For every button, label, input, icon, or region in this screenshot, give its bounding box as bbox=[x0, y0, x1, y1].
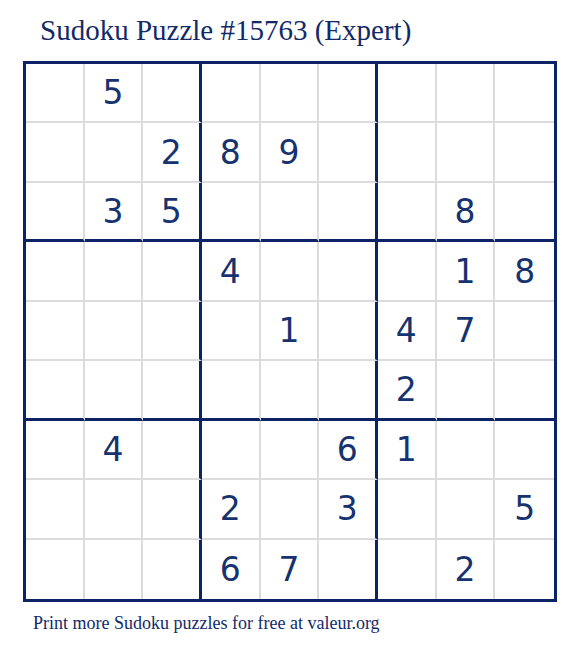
cell-r2c9[interactable] bbox=[495, 123, 554, 182]
cell-r5c1[interactable] bbox=[26, 302, 85, 361]
cell-r2c1[interactable] bbox=[26, 123, 85, 182]
cell-r7c5[interactable] bbox=[261, 421, 320, 480]
cell-r6c9[interactable] bbox=[495, 361, 554, 420]
cell-r8c8[interactable] bbox=[437, 480, 496, 539]
cell-r4c5[interactable] bbox=[261, 242, 320, 301]
cell-r9c7[interactable] bbox=[378, 540, 437, 599]
cell-r9c9[interactable] bbox=[495, 540, 554, 599]
cell-r8c7[interactable] bbox=[378, 480, 437, 539]
cell-r3c8[interactable]: 8 bbox=[437, 183, 496, 242]
cell-r7c4[interactable] bbox=[202, 421, 261, 480]
cell-r2c3[interactable]: 2 bbox=[143, 123, 202, 182]
cell-r2c4[interactable]: 8 bbox=[202, 123, 261, 182]
cell-r3c1[interactable] bbox=[26, 183, 85, 242]
cell-r3c9[interactable] bbox=[495, 183, 554, 242]
cell-r2c5[interactable]: 9 bbox=[261, 123, 320, 182]
cell-r5c8[interactable]: 7 bbox=[437, 302, 496, 361]
cell-r9c1[interactable] bbox=[26, 540, 85, 599]
cell-r8c6[interactable]: 3 bbox=[319, 480, 378, 539]
cell-r4c8[interactable]: 1 bbox=[437, 242, 496, 301]
cell-r1c4[interactable] bbox=[202, 64, 261, 123]
cell-r3c5[interactable] bbox=[261, 183, 320, 242]
page-title: Sudoku Puzzle #15763 (Expert) bbox=[40, 14, 411, 47]
cell-r1c8[interactable] bbox=[437, 64, 496, 123]
cell-r5c2[interactable] bbox=[85, 302, 144, 361]
cell-r8c5[interactable] bbox=[261, 480, 320, 539]
cell-r6c4[interactable] bbox=[202, 361, 261, 420]
cell-r2c7[interactable] bbox=[378, 123, 437, 182]
cell-r5c9[interactable] bbox=[495, 302, 554, 361]
cell-r6c3[interactable] bbox=[143, 361, 202, 420]
cell-r3c3[interactable]: 5 bbox=[143, 183, 202, 242]
cell-r3c7[interactable] bbox=[378, 183, 437, 242]
cell-r4c3[interactable] bbox=[143, 242, 202, 301]
cell-r7c9[interactable] bbox=[495, 421, 554, 480]
cell-r6c8[interactable] bbox=[437, 361, 496, 420]
cell-r3c4[interactable] bbox=[202, 183, 261, 242]
cell-r8c1[interactable] bbox=[26, 480, 85, 539]
cell-r6c2[interactable] bbox=[85, 361, 144, 420]
cell-r7c3[interactable] bbox=[143, 421, 202, 480]
cell-r4c4[interactable]: 4 bbox=[202, 242, 261, 301]
cell-r8c3[interactable] bbox=[143, 480, 202, 539]
cell-r8c9[interactable]: 5 bbox=[495, 480, 554, 539]
cell-r9c5[interactable]: 7 bbox=[261, 540, 320, 599]
cell-r7c7[interactable]: 1 bbox=[378, 421, 437, 480]
cell-r4c1[interactable] bbox=[26, 242, 85, 301]
cell-r7c1[interactable] bbox=[26, 421, 85, 480]
cell-r6c7[interactable]: 2 bbox=[378, 361, 437, 420]
cell-r1c3[interactable] bbox=[143, 64, 202, 123]
cell-r5c6[interactable] bbox=[319, 302, 378, 361]
cell-r1c5[interactable] bbox=[261, 64, 320, 123]
cell-r7c2[interactable]: 4 bbox=[85, 421, 144, 480]
cell-r8c2[interactable] bbox=[85, 480, 144, 539]
cell-r5c5[interactable]: 1 bbox=[261, 302, 320, 361]
cell-r4c6[interactable] bbox=[319, 242, 378, 301]
cell-r6c5[interactable] bbox=[261, 361, 320, 420]
cell-r5c4[interactable] bbox=[202, 302, 261, 361]
cell-r1c2[interactable]: 5 bbox=[85, 64, 144, 123]
cell-r1c1[interactable] bbox=[26, 64, 85, 123]
cell-r4c2[interactable] bbox=[85, 242, 144, 301]
cell-r6c6[interactable] bbox=[319, 361, 378, 420]
cell-r9c8[interactable]: 2 bbox=[437, 540, 496, 599]
cell-r8c4[interactable]: 2 bbox=[202, 480, 261, 539]
cell-r9c3[interactable] bbox=[143, 540, 202, 599]
cell-r2c2[interactable] bbox=[85, 123, 144, 182]
cell-r9c2[interactable] bbox=[85, 540, 144, 599]
footer-credit: Print more Sudoku puzzles for free at va… bbox=[33, 613, 380, 634]
cell-r7c6[interactable]: 6 bbox=[319, 421, 378, 480]
cell-r9c4[interactable]: 6 bbox=[202, 540, 261, 599]
cell-r3c2[interactable]: 3 bbox=[85, 183, 144, 242]
cell-r9c6[interactable] bbox=[319, 540, 378, 599]
cell-r5c3[interactable] bbox=[143, 302, 202, 361]
cell-r4c9[interactable]: 8 bbox=[495, 242, 554, 301]
cell-r4c7[interactable] bbox=[378, 242, 437, 301]
cell-r1c9[interactable] bbox=[495, 64, 554, 123]
cell-r3c6[interactable] bbox=[319, 183, 378, 242]
cell-r1c6[interactable] bbox=[319, 64, 378, 123]
cell-r6c1[interactable] bbox=[26, 361, 85, 420]
cell-r1c7[interactable] bbox=[378, 64, 437, 123]
cell-r2c6[interactable] bbox=[319, 123, 378, 182]
cell-r7c8[interactable] bbox=[437, 421, 496, 480]
cell-r5c7[interactable]: 4 bbox=[378, 302, 437, 361]
cell-r2c8[interactable] bbox=[437, 123, 496, 182]
sudoku-board: 52893584181472461235672 bbox=[23, 61, 557, 602]
